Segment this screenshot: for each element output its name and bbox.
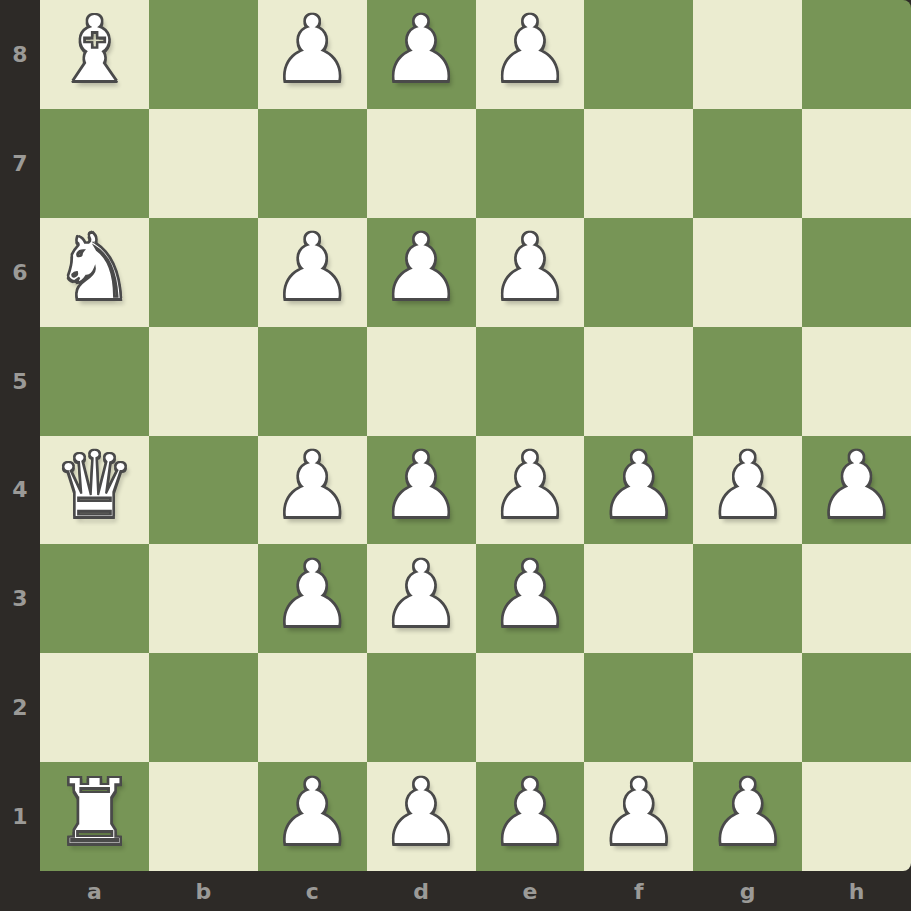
square-c5[interactable] — [258, 327, 367, 436]
white-pawn[interactable]: ♟ — [271, 549, 353, 641]
square-d3[interactable]: ♟ — [367, 544, 476, 653]
square-h1[interactable] — [802, 762, 911, 871]
square-c3[interactable]: ♟ — [258, 544, 367, 653]
file-label-a: a — [40, 871, 149, 911]
square-h3[interactable] — [802, 544, 911, 653]
square-f7[interactable] — [584, 109, 693, 218]
square-c2[interactable] — [258, 653, 367, 762]
square-f1[interactable]: ♟ — [584, 762, 693, 871]
square-a6[interactable]: ♞ — [40, 218, 149, 327]
rank-label-1: 1 — [0, 762, 40, 871]
rank-label-6: 6 — [0, 218, 40, 327]
square-d4[interactable]: ♟ — [367, 436, 476, 545]
square-e7[interactable] — [476, 109, 585, 218]
square-e4[interactable]: ♟ — [476, 436, 585, 545]
square-b7[interactable] — [149, 109, 258, 218]
square-b6[interactable] — [149, 218, 258, 327]
square-a4[interactable]: ♛ — [40, 436, 149, 545]
square-g4[interactable]: ♟ — [693, 436, 802, 545]
rank-label-7: 7 — [0, 109, 40, 218]
square-a2[interactable] — [40, 653, 149, 762]
rank-label-8: 8 — [0, 0, 40, 109]
square-g1[interactable]: ♟ — [693, 762, 802, 871]
frame-corner — [0, 871, 40, 911]
square-a8[interactable]: ♝ — [40, 0, 149, 109]
file-labels: abcdefgh — [40, 871, 911, 911]
white-pawn[interactable]: ♟ — [380, 767, 462, 859]
white-pawn[interactable]: ♟ — [489, 767, 571, 859]
square-d8[interactable]: ♟ — [367, 0, 476, 109]
square-c7[interactable] — [258, 109, 367, 218]
white-queen[interactable]: ♛ — [53, 440, 135, 532]
square-g5[interactable] — [693, 327, 802, 436]
square-f4[interactable]: ♟ — [584, 436, 693, 545]
white-pawn[interactable]: ♟ — [706, 767, 788, 859]
square-b5[interactable] — [149, 327, 258, 436]
square-h4[interactable]: ♟ — [802, 436, 911, 545]
file-label-d: d — [367, 871, 476, 911]
square-b2[interactable] — [149, 653, 258, 762]
square-d2[interactable] — [367, 653, 476, 762]
square-e5[interactable] — [476, 327, 585, 436]
square-h7[interactable] — [802, 109, 911, 218]
chess-app: 87654321 ♝♟♟♟♞♟♟♟♛♟♟♟♟♟♟♟♟♟♜♟♟♟♟♟ abcdef… — [0, 0, 911, 911]
square-g6[interactable] — [693, 218, 802, 327]
square-g8[interactable] — [693, 0, 802, 109]
square-f2[interactable] — [584, 653, 693, 762]
square-g3[interactable] — [693, 544, 802, 653]
square-e2[interactable] — [476, 653, 585, 762]
white-pawn[interactable]: ♟ — [380, 4, 462, 96]
square-h6[interactable] — [802, 218, 911, 327]
white-bishop[interactable]: ♝ — [53, 4, 135, 96]
rank-label-5: 5 — [0, 327, 40, 436]
white-pawn[interactable]: ♟ — [380, 222, 462, 314]
square-b8[interactable] — [149, 0, 258, 109]
white-pawn[interactable]: ♟ — [598, 440, 680, 532]
square-a7[interactable] — [40, 109, 149, 218]
white-pawn[interactable]: ♟ — [271, 4, 353, 96]
square-d5[interactable] — [367, 327, 476, 436]
white-pawn[interactable]: ♟ — [489, 549, 571, 641]
square-a1[interactable]: ♜ — [40, 762, 149, 871]
white-pawn[interactable]: ♟ — [489, 222, 571, 314]
square-e6[interactable]: ♟ — [476, 218, 585, 327]
file-label-b: b — [149, 871, 258, 911]
white-pawn[interactable]: ♟ — [706, 440, 788, 532]
square-h2[interactable] — [802, 653, 911, 762]
chess-board: ♝♟♟♟♞♟♟♟♛♟♟♟♟♟♟♟♟♟♜♟♟♟♟♟ — [40, 0, 911, 871]
white-pawn[interactable]: ♟ — [380, 549, 462, 641]
square-d7[interactable] — [367, 109, 476, 218]
square-a3[interactable] — [40, 544, 149, 653]
square-e1[interactable]: ♟ — [476, 762, 585, 871]
square-h8[interactable] — [802, 0, 911, 109]
square-c6[interactable]: ♟ — [258, 218, 367, 327]
square-d6[interactable]: ♟ — [367, 218, 476, 327]
white-pawn[interactable]: ♟ — [489, 440, 571, 532]
square-c1[interactable]: ♟ — [258, 762, 367, 871]
square-c4[interactable]: ♟ — [258, 436, 367, 545]
square-h5[interactable] — [802, 327, 911, 436]
file-label-e: e — [476, 871, 585, 911]
white-pawn[interactable]: ♟ — [271, 222, 353, 314]
white-knight[interactable]: ♞ — [53, 222, 135, 314]
file-label-c: c — [258, 871, 367, 911]
white-pawn[interactable]: ♟ — [815, 440, 897, 532]
square-c8[interactable]: ♟ — [258, 0, 367, 109]
white-pawn[interactable]: ♟ — [271, 440, 353, 532]
square-f6[interactable] — [584, 218, 693, 327]
square-g2[interactable] — [693, 653, 802, 762]
square-f8[interactable] — [584, 0, 693, 109]
square-e8[interactable]: ♟ — [476, 0, 585, 109]
square-b4[interactable] — [149, 436, 258, 545]
square-g7[interactable] — [693, 109, 802, 218]
white-pawn[interactable]: ♟ — [598, 767, 680, 859]
file-label-h: h — [802, 871, 911, 911]
square-f3[interactable] — [584, 544, 693, 653]
rank-label-4: 4 — [0, 436, 40, 545]
square-b1[interactable] — [149, 762, 258, 871]
white-pawn[interactable]: ♟ — [489, 4, 571, 96]
file-label-g: g — [693, 871, 802, 911]
square-b3[interactable] — [149, 544, 258, 653]
file-label-f: f — [584, 871, 693, 911]
square-f5[interactable] — [584, 327, 693, 436]
white-rook[interactable]: ♜ — [53, 767, 135, 859]
square-a5[interactable] — [40, 327, 149, 436]
rank-labels: 87654321 — [0, 0, 40, 871]
white-pawn[interactable]: ♟ — [271, 767, 353, 859]
square-d1[interactable]: ♟ — [367, 762, 476, 871]
rank-label-3: 3 — [0, 544, 40, 653]
square-e3[interactable]: ♟ — [476, 544, 585, 653]
white-pawn[interactable]: ♟ — [380, 440, 462, 532]
rank-label-2: 2 — [0, 653, 40, 762]
